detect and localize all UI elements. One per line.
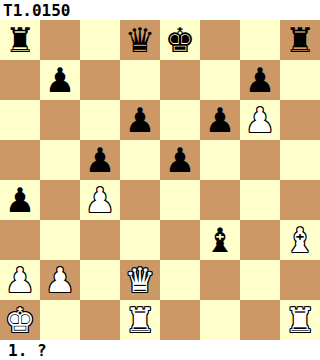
- piece-white-rook[interactable]: ♜: [125, 303, 155, 337]
- square-a1[interactable]: ♚: [0, 300, 40, 340]
- square-e4[interactable]: [160, 180, 200, 220]
- square-g6[interactable]: ♟: [240, 100, 280, 140]
- piece-black-rook[interactable]: ♜: [285, 23, 315, 57]
- square-d6[interactable]: ♟: [120, 100, 160, 140]
- square-b8[interactable]: [40, 20, 80, 60]
- move-prompt: 1. ?: [8, 341, 47, 360]
- piece-black-pawn[interactable]: ♟: [85, 143, 115, 177]
- square-e7[interactable]: [160, 60, 200, 100]
- square-c5[interactable]: ♟: [80, 140, 120, 180]
- square-c7[interactable]: [80, 60, 120, 100]
- square-f4[interactable]: [200, 180, 240, 220]
- piece-black-pawn[interactable]: ♟: [125, 103, 155, 137]
- piece-black-pawn[interactable]: ♟: [205, 103, 235, 137]
- square-d4[interactable]: [120, 180, 160, 220]
- piece-black-king[interactable]: ♚: [165, 23, 195, 57]
- chess-board: ♜♛♚♜♟♟♟♟♟♟♟♟♟♝♝♟♟♛♚♜♜: [0, 20, 320, 340]
- piece-white-king[interactable]: ♚: [5, 303, 35, 337]
- square-a6[interactable]: [0, 100, 40, 140]
- square-h4[interactable]: [280, 180, 320, 220]
- square-h1[interactable]: ♜: [280, 300, 320, 340]
- square-h6[interactable]: [280, 100, 320, 140]
- square-f1[interactable]: [200, 300, 240, 340]
- piece-white-bishop[interactable]: ♝: [285, 223, 315, 257]
- piece-white-pawn[interactable]: ♟: [245, 103, 275, 137]
- square-h3[interactable]: ♝: [280, 220, 320, 260]
- piece-black-bishop[interactable]: ♝: [205, 223, 235, 257]
- square-g5[interactable]: [240, 140, 280, 180]
- piece-white-rook[interactable]: ♜: [285, 303, 315, 337]
- piece-black-rook[interactable]: ♜: [5, 23, 35, 57]
- square-b6[interactable]: [40, 100, 80, 140]
- square-f3[interactable]: ♝: [200, 220, 240, 260]
- square-h7[interactable]: [280, 60, 320, 100]
- square-f2[interactable]: [200, 260, 240, 300]
- square-f8[interactable]: [200, 20, 240, 60]
- square-d5[interactable]: [120, 140, 160, 180]
- square-g3[interactable]: [240, 220, 280, 260]
- square-a2[interactable]: ♟: [0, 260, 40, 300]
- square-b5[interactable]: [40, 140, 80, 180]
- square-f6[interactable]: ♟: [200, 100, 240, 140]
- square-a4[interactable]: ♟: [0, 180, 40, 220]
- square-g7[interactable]: ♟: [240, 60, 280, 100]
- piece-black-pawn[interactable]: ♟: [165, 143, 195, 177]
- square-e5[interactable]: ♟: [160, 140, 200, 180]
- piece-black-pawn[interactable]: ♟: [5, 183, 35, 217]
- square-c2[interactable]: [80, 260, 120, 300]
- title-bar: T1.0150: [0, 0, 320, 20]
- piece-white-queen[interactable]: ♛: [125, 263, 155, 297]
- square-e1[interactable]: [160, 300, 200, 340]
- piece-white-pawn[interactable]: ♟: [5, 263, 35, 297]
- square-a7[interactable]: [0, 60, 40, 100]
- square-b7[interactable]: ♟: [40, 60, 80, 100]
- square-a3[interactable]: [0, 220, 40, 260]
- square-c3[interactable]: [80, 220, 120, 260]
- square-g2[interactable]: [240, 260, 280, 300]
- square-g4[interactable]: [240, 180, 280, 220]
- square-h2[interactable]: [280, 260, 320, 300]
- square-e8[interactable]: ♚: [160, 20, 200, 60]
- square-e3[interactable]: [160, 220, 200, 260]
- square-g1[interactable]: [240, 300, 280, 340]
- square-d3[interactable]: [120, 220, 160, 260]
- square-d7[interactable]: [120, 60, 160, 100]
- status-bar: 1. ?: [0, 340, 320, 360]
- square-a5[interactable]: [0, 140, 40, 180]
- square-c8[interactable]: [80, 20, 120, 60]
- piece-white-pawn[interactable]: ♟: [85, 183, 115, 217]
- square-c1[interactable]: [80, 300, 120, 340]
- square-d1[interactable]: ♜: [120, 300, 160, 340]
- square-f7[interactable]: [200, 60, 240, 100]
- piece-black-pawn[interactable]: ♟: [45, 63, 75, 97]
- square-f5[interactable]: [200, 140, 240, 180]
- square-h8[interactable]: ♜: [280, 20, 320, 60]
- piece-white-pawn[interactable]: ♟: [45, 263, 75, 297]
- puzzle-id: T1.0150: [3, 1, 70, 20]
- square-c6[interactable]: [80, 100, 120, 140]
- square-e2[interactable]: [160, 260, 200, 300]
- square-a8[interactable]: ♜: [0, 20, 40, 60]
- square-e6[interactable]: [160, 100, 200, 140]
- square-g8[interactable]: [240, 20, 280, 60]
- square-b4[interactable]: [40, 180, 80, 220]
- square-c4[interactable]: ♟: [80, 180, 120, 220]
- square-d2[interactable]: ♛: [120, 260, 160, 300]
- square-h5[interactable]: [280, 140, 320, 180]
- square-b2[interactable]: ♟: [40, 260, 80, 300]
- piece-black-queen[interactable]: ♛: [125, 23, 155, 57]
- square-d8[interactable]: ♛: [120, 20, 160, 60]
- piece-black-pawn[interactable]: ♟: [245, 63, 275, 97]
- square-b1[interactable]: [40, 300, 80, 340]
- square-b3[interactable]: [40, 220, 80, 260]
